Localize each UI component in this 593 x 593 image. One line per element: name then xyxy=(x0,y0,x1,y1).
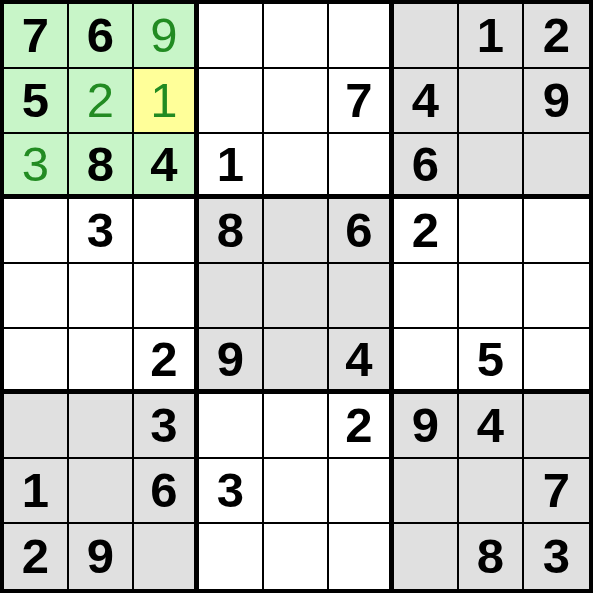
cell-r8c8[interactable] xyxy=(459,459,524,524)
cell-r2c4[interactable] xyxy=(199,69,264,134)
cell-r9c1[interactable]: 2 xyxy=(4,524,69,589)
cell-r4c2[interactable]: 3 xyxy=(69,199,134,264)
cell-r9c2[interactable]: 9 xyxy=(69,524,134,589)
cell-r8c3[interactable]: 6 xyxy=(134,459,199,524)
cell-r8c5[interactable] xyxy=(264,459,329,524)
cell-r7c2[interactable] xyxy=(69,394,134,459)
cell-r4c4[interactable]: 8 xyxy=(199,199,264,264)
cell-r4c1[interactable] xyxy=(4,199,69,264)
cell-r6c6[interactable]: 4 xyxy=(329,329,394,394)
cell-r7c3[interactable]: 3 xyxy=(134,394,199,459)
cell-r3c7[interactable]: 6 xyxy=(394,134,459,199)
cell-r9c9[interactable]: 3 xyxy=(524,524,589,589)
cell-r3c3[interactable]: 4 xyxy=(134,134,199,199)
cell-r1c9[interactable]: 2 xyxy=(524,4,589,69)
cell-r7c9[interactable] xyxy=(524,394,589,459)
cell-r1c5[interactable] xyxy=(264,4,329,69)
sudoku-board: 769125217493841638622945329416372983 xyxy=(0,0,593,593)
cell-r2c1[interactable]: 5 xyxy=(4,69,69,134)
cell-r3c2[interactable]: 8 xyxy=(69,134,134,199)
cell-r3c9[interactable] xyxy=(524,134,589,199)
cell-r5c5[interactable] xyxy=(264,264,329,329)
cell-r4c6[interactable]: 6 xyxy=(329,199,394,264)
cell-r6c2[interactable] xyxy=(69,329,134,394)
cell-r6c8[interactable]: 5 xyxy=(459,329,524,394)
cell-r7c8[interactable]: 4 xyxy=(459,394,524,459)
cell-r5c4[interactable] xyxy=(199,264,264,329)
cell-r3c8[interactable] xyxy=(459,134,524,199)
cell-r9c3[interactable] xyxy=(134,524,199,589)
cell-r1c1[interactable]: 7 xyxy=(4,4,69,69)
cell-r4c9[interactable] xyxy=(524,199,589,264)
cell-r1c2[interactable]: 6 xyxy=(69,4,134,69)
cell-r7c5[interactable] xyxy=(264,394,329,459)
cell-r8c1[interactable]: 1 xyxy=(4,459,69,524)
cell-r3c1[interactable]: 3 xyxy=(4,134,69,199)
cell-r7c7[interactable]: 9 xyxy=(394,394,459,459)
cell-r2c5[interactable] xyxy=(264,69,329,134)
cell-r5c8[interactable] xyxy=(459,264,524,329)
cell-r6c9[interactable] xyxy=(524,329,589,394)
cell-r3c6[interactable] xyxy=(329,134,394,199)
cell-r2c8[interactable] xyxy=(459,69,524,134)
cell-r5c9[interactable] xyxy=(524,264,589,329)
cell-r6c3[interactable]: 2 xyxy=(134,329,199,394)
cell-r9c8[interactable]: 8 xyxy=(459,524,524,589)
cell-r3c4[interactable]: 1 xyxy=(199,134,264,199)
cell-r6c1[interactable] xyxy=(4,329,69,394)
cell-r7c1[interactable] xyxy=(4,394,69,459)
cell-r7c6[interactable]: 2 xyxy=(329,394,394,459)
cell-r5c2[interactable] xyxy=(69,264,134,329)
cell-r1c8[interactable]: 1 xyxy=(459,4,524,69)
cell-r5c1[interactable] xyxy=(4,264,69,329)
cell-r4c8[interactable] xyxy=(459,199,524,264)
cell-r2c3[interactable]: 1 xyxy=(134,69,199,134)
cell-r1c4[interactable] xyxy=(199,4,264,69)
cell-r6c5[interactable] xyxy=(264,329,329,394)
cell-r6c7[interactable] xyxy=(394,329,459,394)
cell-r8c9[interactable]: 7 xyxy=(524,459,589,524)
cell-r1c6[interactable] xyxy=(329,4,394,69)
cell-r4c7[interactable]: 2 xyxy=(394,199,459,264)
cell-r9c4[interactable] xyxy=(199,524,264,589)
cell-r2c6[interactable]: 7 xyxy=(329,69,394,134)
cell-r5c3[interactable] xyxy=(134,264,199,329)
cell-r2c7[interactable]: 4 xyxy=(394,69,459,134)
cell-r9c7[interactable] xyxy=(394,524,459,589)
cell-r8c2[interactable] xyxy=(69,459,134,524)
cell-r1c7[interactable] xyxy=(394,4,459,69)
cell-r5c7[interactable] xyxy=(394,264,459,329)
cell-r8c7[interactable] xyxy=(394,459,459,524)
cell-r8c4[interactable]: 3 xyxy=(199,459,264,524)
cell-r3c5[interactable] xyxy=(264,134,329,199)
cell-r4c3[interactable] xyxy=(134,199,199,264)
cell-r6c4[interactable]: 9 xyxy=(199,329,264,394)
sudoku-app: 769125217493841638622945329416372983 xyxy=(0,0,593,593)
cell-r4c5[interactable] xyxy=(264,199,329,264)
cell-r9c5[interactable] xyxy=(264,524,329,589)
cell-r5c6[interactable] xyxy=(329,264,394,329)
cell-r2c9[interactable]: 9 xyxy=(524,69,589,134)
cell-r2c2[interactable]: 2 xyxy=(69,69,134,134)
cell-r9c6[interactable] xyxy=(329,524,394,589)
cell-r8c6[interactable] xyxy=(329,459,394,524)
cell-r7c4[interactable] xyxy=(199,394,264,459)
cell-r1c3[interactable]: 9 xyxy=(134,4,199,69)
